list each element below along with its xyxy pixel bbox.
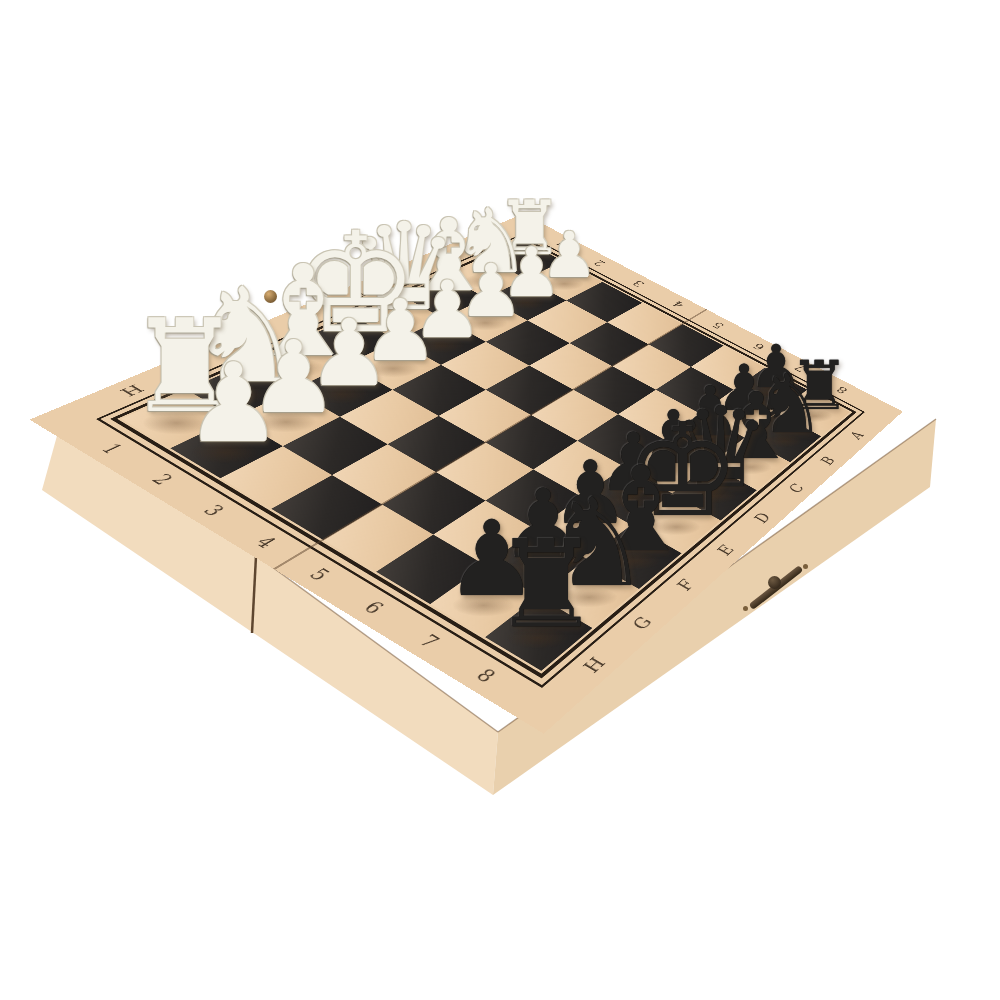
rank-label-1-near: 1 <box>97 442 126 457</box>
file-label-D-near: D <box>752 511 774 526</box>
latch-screw <box>803 564 808 569</box>
chess-box-photo: 11AA22BB33CC44DD55EE66FF77GG88HH ♜♞♟♝♟♛♟… <box>0 0 1000 1000</box>
file-label-H-near: H <box>580 655 608 675</box>
file-label-B-near: B <box>818 455 837 468</box>
rank-label-4-far: 4 <box>670 300 686 309</box>
rank-label-7-near: 7 <box>415 632 442 651</box>
rank-label-6-near: 6 <box>360 599 388 617</box>
file-label-A-near: A <box>848 429 866 441</box>
file-label-E-near: E <box>715 543 737 558</box>
box-latch-icon <box>742 560 812 616</box>
rank-label-8-near: 8 <box>472 666 499 685</box>
white-pawn-h2[interactable]: ♟ <box>184 349 282 458</box>
rank-label-3-far: 3 <box>630 279 647 288</box>
rank-label-3-near: 3 <box>199 503 228 519</box>
file-label-C-near: C <box>786 482 807 496</box>
rank-label-2-near: 2 <box>148 472 177 487</box>
file-label-G-near: G <box>629 614 655 632</box>
black-rook-h8[interactable]: ♜ <box>492 525 600 645</box>
rank-label-5-near: 5 <box>305 566 333 583</box>
file-label-F-near: F <box>674 577 697 593</box>
rank-label-4-near: 4 <box>252 534 280 551</box>
rank-label-5-far: 5 <box>710 320 726 329</box>
latch-screw <box>743 606 748 611</box>
latch-knob <box>768 576 781 589</box>
